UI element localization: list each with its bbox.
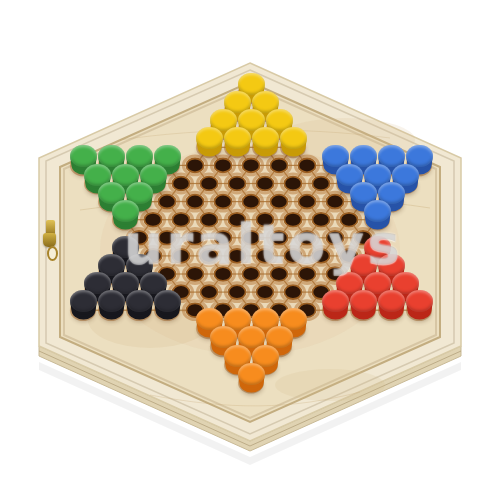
hole[interactable] bbox=[228, 285, 245, 299]
peg-red[interactable] bbox=[350, 290, 377, 312]
clasp-ring bbox=[47, 246, 58, 261]
hole[interactable] bbox=[270, 195, 287, 209]
hole[interactable] bbox=[284, 177, 301, 191]
watermark: uraltoys bbox=[124, 212, 403, 276]
hole[interactable] bbox=[186, 195, 203, 209]
peg-yellow[interactable] bbox=[224, 127, 251, 149]
hole[interactable] bbox=[242, 195, 259, 209]
peg-black[interactable] bbox=[154, 290, 181, 312]
peg-yellow[interactable] bbox=[196, 127, 223, 149]
product-photo: uraltoys bbox=[0, 0, 500, 500]
hole[interactable] bbox=[326, 195, 343, 209]
clasp-hook bbox=[43, 233, 56, 247]
hole[interactable] bbox=[200, 285, 217, 299]
hole[interactable] bbox=[312, 177, 329, 191]
peg-orange[interactable] bbox=[238, 363, 265, 385]
hole[interactable] bbox=[186, 159, 203, 173]
peg-black[interactable] bbox=[98, 290, 125, 312]
hole[interactable] bbox=[228, 177, 245, 191]
peg-red[interactable] bbox=[322, 290, 349, 312]
brass-clasp-icon bbox=[39, 220, 61, 262]
hole[interactable] bbox=[284, 285, 301, 299]
hole[interactable] bbox=[214, 159, 231, 173]
hole[interactable] bbox=[242, 159, 259, 173]
peg-red[interactable] bbox=[378, 290, 405, 312]
hole[interactable] bbox=[298, 159, 315, 173]
peg-yellow[interactable] bbox=[280, 127, 307, 149]
hole[interactable] bbox=[256, 285, 273, 299]
hole[interactable] bbox=[298, 195, 315, 209]
hole[interactable] bbox=[172, 177, 189, 191]
hole[interactable] bbox=[270, 159, 287, 173]
hole[interactable] bbox=[256, 177, 273, 191]
hole[interactable] bbox=[158, 195, 175, 209]
peg-yellow[interactable] bbox=[252, 127, 279, 149]
peg-red[interactable] bbox=[406, 290, 433, 312]
hole[interactable] bbox=[214, 195, 231, 209]
peg-black[interactable] bbox=[126, 290, 153, 312]
peg-black[interactable] bbox=[70, 290, 97, 312]
hole[interactable] bbox=[200, 177, 217, 191]
